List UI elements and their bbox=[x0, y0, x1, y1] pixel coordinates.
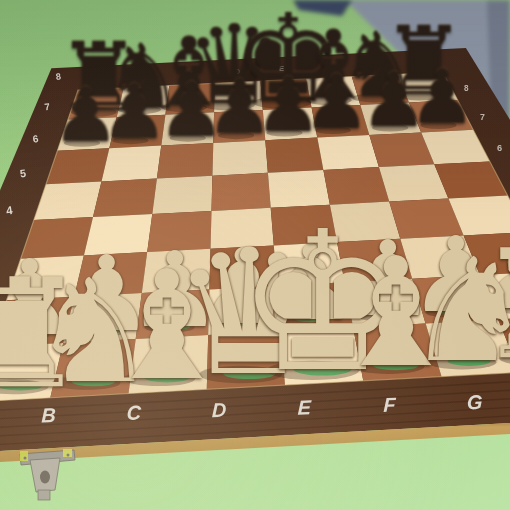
piece-white-rook-h1[interactable]: ♜ bbox=[475, 230, 510, 380]
photo-canvas: ABCDEFGHABCDEFGH1234567812345678 ♜♞♝♛♚♝♞… bbox=[0, 0, 510, 510]
piece-black-pawn-h7[interactable]: ♟ bbox=[409, 60, 477, 135]
piece-layer: ♜♞♝♛♚♝♞♜♟♟♟♟♟♟♟♟♟♟♟♟♟♟♟♟♜♞♝♛♚♝♞♜ bbox=[0, 0, 510, 510]
